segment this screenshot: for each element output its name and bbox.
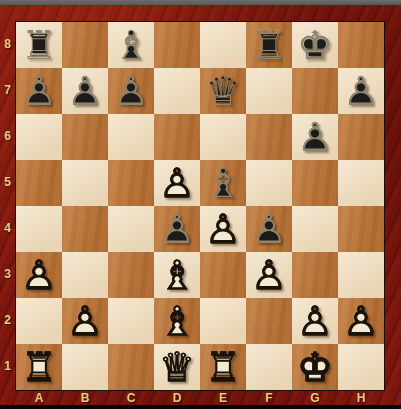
file-label-f: F xyxy=(246,391,292,405)
square-a3[interactable]: ♟ xyxy=(16,252,62,298)
square-d7[interactable] xyxy=(154,68,200,114)
piece-black-pawn[interactable]: ♟ xyxy=(292,114,338,160)
square-b7[interactable]: ♟ xyxy=(62,68,108,114)
square-e3[interactable] xyxy=(200,252,246,298)
square-d6[interactable] xyxy=(154,114,200,160)
piece-black-bishop[interactable]: ♝ xyxy=(108,22,154,68)
square-f3[interactable]: ♟ xyxy=(246,252,292,298)
square-b2[interactable]: ♟ xyxy=(62,298,108,344)
square-f2[interactable] xyxy=(246,298,292,344)
square-g5[interactable] xyxy=(292,160,338,206)
square-b8[interactable] xyxy=(62,22,108,68)
square-h5[interactable] xyxy=(338,160,384,206)
square-h3[interactable] xyxy=(338,252,384,298)
file-label-a: A xyxy=(16,391,62,405)
file-label-d: D xyxy=(154,391,200,405)
square-d2[interactable]: ♝ xyxy=(154,298,200,344)
piece-black-rook[interactable]: ♜ xyxy=(16,22,62,68)
chess-board: ♜♝♜♚♟♟♟♛♟♟♟♝♟♟♟♟♝♟♟♝♟♟♜♛♜♚ xyxy=(15,21,385,391)
square-h7[interactable]: ♟ xyxy=(338,68,384,114)
square-c5[interactable] xyxy=(108,160,154,206)
square-a8[interactable]: ♜ xyxy=(16,22,62,68)
piece-black-pawn[interactable]: ♟ xyxy=(16,68,62,114)
rank-label-3: 3 xyxy=(0,251,15,297)
square-e6[interactable] xyxy=(200,114,246,160)
square-h2[interactable]: ♟ xyxy=(338,298,384,344)
rank-label-8: 8 xyxy=(0,21,15,67)
square-e2[interactable] xyxy=(200,298,246,344)
square-e7[interactable]: ♛ xyxy=(200,68,246,114)
square-g7[interactable] xyxy=(292,68,338,114)
square-c3[interactable] xyxy=(108,252,154,298)
file-label-c: C xyxy=(108,391,154,405)
square-h1[interactable] xyxy=(338,344,384,390)
piece-white-bishop[interactable]: ♝ xyxy=(154,252,200,298)
piece-black-pawn[interactable]: ♟ xyxy=(246,206,292,252)
square-h6[interactable] xyxy=(338,114,384,160)
square-a5[interactable] xyxy=(16,160,62,206)
square-g8[interactable]: ♚ xyxy=(292,22,338,68)
square-c4[interactable] xyxy=(108,206,154,252)
square-e5[interactable]: ♝ xyxy=(200,160,246,206)
piece-white-pawn[interactable]: ♟ xyxy=(338,298,384,344)
piece-white-rook[interactable]: ♜ xyxy=(200,344,246,390)
square-d8[interactable] xyxy=(154,22,200,68)
piece-white-rook[interactable]: ♜ xyxy=(16,344,62,390)
file-label-g: G xyxy=(292,391,338,405)
square-b1[interactable] xyxy=(62,344,108,390)
square-g1[interactable]: ♚ xyxy=(292,344,338,390)
square-a1[interactable]: ♜ xyxy=(16,344,62,390)
square-f6[interactable] xyxy=(246,114,292,160)
piece-white-pawn[interactable]: ♟ xyxy=(200,206,246,252)
square-c7[interactable]: ♟ xyxy=(108,68,154,114)
rank-label-1: 1 xyxy=(0,343,15,389)
piece-black-pawn[interactable]: ♟ xyxy=(62,68,108,114)
window-edge-bar xyxy=(0,0,401,5)
rank-label-5: 5 xyxy=(0,159,15,205)
piece-white-pawn[interactable]: ♟ xyxy=(154,160,200,206)
square-f8[interactable]: ♜ xyxy=(246,22,292,68)
piece-black-bishop[interactable]: ♝ xyxy=(200,160,246,206)
square-h4[interactable] xyxy=(338,206,384,252)
piece-white-bishop[interactable]: ♝ xyxy=(154,298,200,344)
square-b6[interactable] xyxy=(62,114,108,160)
square-c6[interactable] xyxy=(108,114,154,160)
square-f1[interactable] xyxy=(246,344,292,390)
square-d1[interactable]: ♛ xyxy=(154,344,200,390)
rank-label-6: 6 xyxy=(0,113,15,159)
square-a6[interactable] xyxy=(16,114,62,160)
square-f4[interactable]: ♟ xyxy=(246,206,292,252)
window-bottom-edge xyxy=(0,405,401,409)
square-a7[interactable]: ♟ xyxy=(16,68,62,114)
square-h8[interactable] xyxy=(338,22,384,68)
square-g2[interactable]: ♟ xyxy=(292,298,338,344)
square-e4[interactable]: ♟ xyxy=(200,206,246,252)
square-e1[interactable]: ♜ xyxy=(200,344,246,390)
piece-black-pawn[interactable]: ♟ xyxy=(338,68,384,114)
piece-black-pawn[interactable]: ♟ xyxy=(154,206,200,252)
square-g6[interactable]: ♟ xyxy=(292,114,338,160)
piece-white-queen[interactable]: ♛ xyxy=(154,344,200,390)
file-label-e: E xyxy=(200,391,246,405)
file-label-h: H xyxy=(338,391,384,405)
square-e8[interactable] xyxy=(200,22,246,68)
square-b4[interactable] xyxy=(62,206,108,252)
piece-white-king[interactable]: ♚ xyxy=(292,344,338,390)
square-d4[interactable]: ♟ xyxy=(154,206,200,252)
square-b3[interactable] xyxy=(62,252,108,298)
square-a2[interactable] xyxy=(16,298,62,344)
square-c1[interactable] xyxy=(108,344,154,390)
square-c8[interactable]: ♝ xyxy=(108,22,154,68)
square-b5[interactable] xyxy=(62,160,108,206)
piece-white-pawn[interactable]: ♟ xyxy=(62,298,108,344)
chess-app-window: ♜♝♜♚♟♟♟♛♟♟♟♝♟♟♟♟♝♟♟♝♟♟♜♛♜♚ 87654321 ABCD… xyxy=(0,0,401,409)
rank-label-4: 4 xyxy=(0,205,15,251)
square-d5[interactable]: ♟ xyxy=(154,160,200,206)
rank-label-2: 2 xyxy=(0,297,15,343)
piece-black-pawn[interactable]: ♟ xyxy=(108,68,154,114)
square-f7[interactable] xyxy=(246,68,292,114)
piece-black-queen[interactable]: ♛ xyxy=(200,68,246,114)
piece-white-pawn[interactable]: ♟ xyxy=(16,252,62,298)
square-g3[interactable] xyxy=(292,252,338,298)
square-d3[interactable]: ♝ xyxy=(154,252,200,298)
piece-white-pawn[interactable]: ♟ xyxy=(246,252,292,298)
rank-label-7: 7 xyxy=(0,67,15,113)
piece-black-rook[interactable]: ♜ xyxy=(246,22,292,68)
file-label-b: B xyxy=(62,391,108,405)
square-f5[interactable] xyxy=(246,160,292,206)
square-c2[interactable] xyxy=(108,298,154,344)
square-g4[interactable] xyxy=(292,206,338,252)
square-a4[interactable] xyxy=(16,206,62,252)
piece-white-pawn[interactable]: ♟ xyxy=(292,298,338,344)
piece-black-king[interactable]: ♚ xyxy=(292,22,338,68)
